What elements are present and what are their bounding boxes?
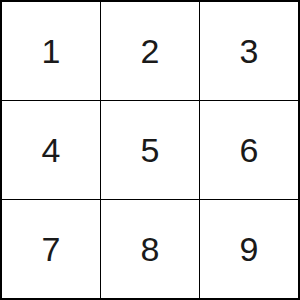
cell-r3c2[interactable]: 8 <box>101 200 199 298</box>
cell-r2c3[interactable]: 6 <box>200 101 298 199</box>
cell-r1c2[interactable]: 2 <box>101 2 199 100</box>
cell-r2c2[interactable]: 5 <box>101 101 199 199</box>
cell-r1c1[interactable]: 1 <box>2 2 100 100</box>
cell-r2c1[interactable]: 4 <box>2 101 100 199</box>
cell-r3c3[interactable]: 9 <box>200 200 298 298</box>
cell-r3c1[interactable]: 7 <box>2 200 100 298</box>
cell-r1c3[interactable]: 3 <box>200 2 298 100</box>
board: 1 2 3 4 5 6 7 8 9 <box>0 0 300 300</box>
